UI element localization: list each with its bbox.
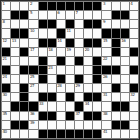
- white-cell-r2c15[interactable]: [130, 11, 138, 19]
- white-cell-r5c15[interactable]: [130, 39, 138, 47]
- white-cell-r9c12[interactable]: 26: [102, 75, 110, 83]
- white-cell-r7c12[interactable]: 22: [102, 57, 110, 65]
- white-cell-r10c11[interactable]: [93, 84, 101, 92]
- black-cell-r1c8: [66, 2, 74, 10]
- black-cell-r15c9: [75, 130, 83, 138]
- white-cell-r10c14[interactable]: [121, 84, 129, 92]
- black-cell-r5c11: [93, 39, 101, 47]
- black-cell-r3c10: [84, 20, 92, 28]
- white-cell-r14c5[interactable]: [39, 121, 47, 129]
- white-cell-r1c14[interactable]: [121, 2, 129, 10]
- white-cell-r14c10[interactable]: [84, 121, 92, 129]
- white-cell-r13c9[interactable]: 37: [75, 112, 83, 120]
- clue-number-6: 6: [57, 11, 59, 15]
- black-cell-r12c2: [11, 102, 19, 110]
- white-cell-r10c10[interactable]: [84, 84, 92, 92]
- white-cell-r9c6[interactable]: [48, 75, 56, 83]
- clue-number-20: 20: [85, 48, 89, 52]
- black-cell-r1c6: [48, 2, 56, 10]
- clue-number-22: 22: [103, 57, 107, 61]
- white-cell-r5c1[interactable]: 12: [2, 39, 10, 47]
- white-cell-r8c6[interactable]: 23: [48, 66, 56, 74]
- white-cell-r1c1[interactable]: 1: [2, 2, 10, 10]
- white-cell-r5c9[interactable]: [75, 39, 83, 47]
- black-cell-r15c7: [57, 130, 65, 138]
- black-cell-r4c13: [112, 29, 120, 37]
- white-cell-r7c1[interactable]: 21: [2, 57, 10, 65]
- white-cell-r1c13[interactable]: [112, 2, 120, 10]
- white-cell-r11c7[interactable]: [57, 93, 65, 101]
- white-cell-r1c3[interactable]: [20, 2, 28, 10]
- white-cell-r15c1[interactable]: 40: [2, 130, 10, 138]
- white-cell-r9c1[interactable]: 24: [2, 75, 10, 83]
- black-cell-r1c11: [93, 2, 101, 10]
- white-cell-r7c13[interactable]: [112, 57, 120, 65]
- white-cell-r4c10[interactable]: [84, 29, 92, 37]
- black-cell-r4c2: [11, 29, 19, 37]
- black-cell-r11c3: [20, 93, 28, 101]
- clue-number-19: 19: [66, 48, 70, 52]
- black-cell-r14c3: [20, 121, 28, 129]
- white-cell-r13c13[interactable]: [112, 112, 120, 120]
- white-cell-r2c6[interactable]: [48, 11, 56, 19]
- white-cell-r6c7[interactable]: [57, 48, 65, 56]
- clue-number-41: 41: [103, 130, 107, 134]
- white-cell-r10c12[interactable]: [102, 84, 110, 92]
- white-cell-r7c2[interactable]: [11, 57, 19, 65]
- clue-number-36: 36: [30, 112, 34, 116]
- white-cell-r7c6[interactable]: [48, 57, 56, 65]
- white-cell-r3c14[interactable]: [121, 20, 129, 28]
- white-cell-r13c3[interactable]: [20, 112, 28, 120]
- white-cell-r11c2[interactable]: [11, 93, 19, 101]
- clue-number-26: 26: [103, 75, 107, 79]
- clue-number-12: 12: [3, 39, 7, 43]
- white-cell-r9c14[interactable]: [121, 75, 129, 83]
- white-cell-r12c12[interactable]: [102, 102, 110, 110]
- white-cell-r15c14[interactable]: [121, 130, 129, 138]
- white-cell-r13c7[interactable]: [57, 112, 65, 120]
- white-cell-r2c11[interactable]: [93, 11, 101, 19]
- white-cell-r10c2[interactable]: [11, 84, 19, 92]
- clue-number-35: 35: [3, 112, 7, 116]
- clue-number-2: 2: [30, 2, 32, 6]
- white-cell-r3c15[interactable]: [130, 20, 138, 28]
- clue-number-30: 30: [3, 93, 7, 97]
- white-cell-r14c15[interactable]: [130, 121, 138, 129]
- black-cell-r11c5: [39, 93, 47, 101]
- black-cell-r12c14: [121, 102, 129, 110]
- white-cell-r13c4[interactable]: 36: [29, 112, 37, 120]
- black-cell-r12c4: [29, 102, 37, 110]
- white-cell-r12c8[interactable]: [66, 102, 74, 110]
- clue-number-24: 24: [3, 75, 7, 79]
- black-cell-r8c11: [93, 66, 101, 74]
- black-cell-r5c13: [112, 39, 120, 47]
- white-cell-r15c3[interactable]: [20, 130, 28, 138]
- white-cell-r7c4[interactable]: [29, 57, 37, 65]
- black-cell-r10c15: [130, 84, 138, 92]
- clue-number-4: 4: [130, 2, 132, 6]
- black-cell-r6c13: [112, 48, 120, 56]
- white-cell-r14c8[interactable]: [66, 121, 74, 129]
- black-cell-r10c3: [20, 84, 28, 92]
- white-cell-r3c13[interactable]: [112, 20, 120, 28]
- white-cell-r3c12[interactable]: 9: [102, 20, 110, 28]
- black-cell-r6c3: [20, 48, 28, 56]
- white-cell-r11c12[interactable]: 31: [102, 93, 110, 101]
- clue-number-25: 25: [30, 75, 34, 79]
- white-cell-r12c7[interactable]: [57, 102, 65, 110]
- white-cell-r13c15[interactable]: [130, 112, 138, 120]
- black-cell-r15c8: [66, 130, 74, 138]
- white-cell-r3c7[interactable]: [57, 20, 65, 28]
- clue-number-14: 14: [57, 39, 61, 43]
- black-cell-r8c1: [2, 66, 10, 74]
- clue-number-23: 23: [48, 66, 52, 70]
- black-cell-r11c10: [84, 93, 92, 101]
- black-cell-r8c5: [39, 66, 47, 74]
- black-cell-r9c5: [39, 75, 47, 83]
- white-cell-r4c8[interactable]: 11: [66, 29, 74, 37]
- white-cell-r10c4[interactable]: 27: [29, 84, 37, 92]
- white-cell-r11c15[interactable]: 32: [130, 93, 138, 101]
- white-cell-r11c9[interactable]: [75, 93, 83, 101]
- clue-number-27: 27: [30, 84, 34, 88]
- black-cell-r14c2: [11, 121, 19, 129]
- black-cell-r6c15: [130, 48, 138, 56]
- white-cell-r6c4[interactable]: 17: [29, 48, 37, 56]
- black-cell-r10c1: [2, 84, 10, 92]
- black-cell-r5c8: [66, 39, 74, 47]
- black-cell-r8c4: [29, 66, 37, 74]
- black-cell-r9c9: [75, 75, 83, 83]
- black-cell-r1c9: [75, 2, 83, 10]
- white-cell-r1c2[interactable]: [11, 2, 19, 10]
- black-cell-r5c6: [48, 39, 56, 47]
- black-cell-r8c3: [20, 66, 28, 74]
- black-cell-r1c5: [39, 2, 47, 10]
- white-cell-r4c15[interactable]: [130, 29, 138, 37]
- white-cell-r6c5[interactable]: [39, 48, 47, 56]
- black-cell-r4c3: [20, 29, 28, 37]
- black-cell-r7c5: [39, 57, 47, 65]
- white-cell-r10c6[interactable]: [48, 84, 56, 92]
- clue-number-8: 8: [3, 20, 5, 24]
- black-cell-r2c2: [11, 11, 19, 19]
- white-cell-r12c1[interactable]: [2, 102, 10, 110]
- white-cell-r10c7[interactable]: 28: [57, 84, 65, 92]
- white-cell-r2c9[interactable]: 7: [75, 11, 83, 19]
- white-cell-r15c15[interactable]: [130, 130, 138, 138]
- black-cell-r13c8: [66, 112, 74, 120]
- white-cell-r1c12[interactable]: 3: [102, 2, 110, 10]
- black-cell-r7c11: [93, 57, 101, 65]
- white-cell-r3c3[interactable]: [20, 20, 28, 28]
- white-cell-r7c15[interactable]: [130, 57, 138, 65]
- black-cell-r15c5: [39, 130, 47, 138]
- white-cell-r15c2[interactable]: [11, 130, 19, 138]
- black-cell-r9c7: [57, 75, 65, 83]
- white-cell-r9c4[interactable]: 25: [29, 75, 37, 83]
- white-cell-r11c1[interactable]: 30: [2, 93, 10, 101]
- white-cell-r6c9[interactable]: [75, 48, 83, 56]
- clue-number-33: 33: [39, 102, 43, 106]
- white-cell-r13c14[interactable]: [121, 112, 129, 120]
- black-cell-r9c11: [93, 75, 101, 83]
- clue-number-3: 3: [103, 2, 105, 6]
- white-cell-r9c10[interactable]: [84, 75, 92, 83]
- clue-number-32: 32: [130, 93, 134, 97]
- black-cell-r12c13: [112, 102, 120, 110]
- clue-number-9: 9: [103, 20, 105, 24]
- black-cell-r10c13: [112, 84, 120, 92]
- black-cell-r4c14: [121, 29, 129, 37]
- black-cell-r2c3: [20, 11, 28, 19]
- black-cell-r4c12: [102, 29, 110, 37]
- white-cell-r14c6[interactable]: [48, 121, 56, 129]
- white-cell-r3c9[interactable]: [75, 20, 83, 28]
- white-cell-r15c4[interactable]: [29, 130, 37, 138]
- white-cell-r6c12[interactable]: [102, 48, 110, 56]
- black-cell-r11c6: [48, 93, 56, 101]
- black-cell-r4c7: [57, 29, 65, 37]
- white-cell-r2c8[interactable]: [66, 11, 74, 19]
- white-cell-r2c7[interactable]: 6: [57, 11, 65, 19]
- white-cell-r9c3[interactable]: [20, 75, 28, 83]
- white-cell-r14c4[interactable]: 39: [29, 121, 37, 129]
- white-cell-r11c13[interactable]: [112, 93, 120, 101]
- white-cell-r14c9[interactable]: [75, 121, 83, 129]
- clue-number-17: 17: [30, 48, 34, 52]
- white-cell-r11c14[interactable]: [121, 93, 129, 101]
- black-cell-r5c10: [84, 39, 92, 47]
- white-cell-r10c8[interactable]: [66, 84, 74, 92]
- clue-number-29: 29: [76, 84, 80, 88]
- white-cell-r14c7[interactable]: [57, 121, 65, 129]
- white-cell-r10c5[interactable]: [39, 84, 47, 92]
- white-cell-r6c6[interactable]: 18: [48, 48, 56, 56]
- white-cell-r1c15[interactable]: 4: [130, 2, 138, 10]
- black-cell-r7c9: [75, 57, 83, 65]
- white-cell-r5c7[interactable]: 14: [57, 39, 65, 47]
- black-cell-r3c6: [48, 20, 56, 28]
- white-cell-r5c2[interactable]: 13: [11, 39, 19, 47]
- white-cell-r4c6[interactable]: [48, 29, 56, 37]
- black-cell-r5c5: [39, 39, 47, 47]
- black-cell-r6c1: [2, 48, 10, 56]
- white-cell-r13c1[interactable]: 35: [2, 112, 10, 120]
- white-cell-r5c12[interactable]: 15: [102, 39, 110, 47]
- clue-number-15: 15: [103, 39, 107, 43]
- black-cell-r13c10: [84, 112, 92, 120]
- black-cell-r11c11: [93, 93, 101, 101]
- clue-number-11: 11: [66, 29, 70, 33]
- clue-number-10: 10: [30, 29, 34, 33]
- white-cell-r8c9[interactable]: [75, 66, 83, 74]
- white-cell-r15c12[interactable]: 41: [102, 130, 110, 138]
- white-cell-r14c1[interactable]: [2, 121, 10, 129]
- black-cell-r8c15: [130, 66, 138, 74]
- white-cell-r13c12[interactable]: 38: [102, 112, 110, 120]
- black-cell-r12c3: [20, 102, 28, 110]
- white-cell-r7c8[interactable]: [66, 57, 74, 65]
- white-cell-r4c4[interactable]: 10: [29, 29, 37, 37]
- clue-number-16: 16: [121, 39, 125, 43]
- white-cell-r8c14[interactable]: [121, 66, 129, 74]
- black-cell-r14c14: [121, 121, 129, 129]
- white-cell-r13c2[interactable]: [11, 112, 19, 120]
- white-cell-r9c15[interactable]: [130, 75, 138, 83]
- clue-number-38: 38: [103, 112, 107, 116]
- clue-number-40: 40: [3, 130, 7, 134]
- white-cell-r8c8[interactable]: [66, 66, 74, 74]
- white-cell-r6c8[interactable]: 19: [66, 48, 74, 56]
- white-cell-r4c1[interactable]: [2, 29, 10, 37]
- clue-number-39: 39: [30, 121, 34, 125]
- black-cell-r13c11: [93, 112, 101, 120]
- white-cell-r9c8[interactable]: [66, 75, 74, 83]
- clue-number-34: 34: [85, 102, 89, 106]
- white-cell-r15c13[interactable]: [112, 130, 120, 138]
- white-cell-r2c1[interactable]: [2, 11, 10, 19]
- black-cell-r15c11: [93, 130, 101, 138]
- black-cell-r11c8: [66, 93, 74, 101]
- white-cell-r12c10[interactable]: 34: [84, 102, 92, 110]
- white-cell-r9c2[interactable]: [11, 75, 19, 83]
- black-cell-r1c7: [57, 2, 65, 10]
- white-cell-r8c7[interactable]: [57, 66, 65, 74]
- black-cell-r7c7: [57, 57, 65, 65]
- black-cell-r8c13: [112, 66, 120, 74]
- crossword-board: 1234567891011121314151617181920212223242…: [0, 0, 140, 140]
- white-cell-r12c6[interactable]: [48, 102, 56, 110]
- white-cell-r3c4[interactable]: [29, 20, 37, 28]
- white-cell-r2c4[interactable]: 5: [29, 11, 37, 19]
- black-cell-r13c5: [39, 112, 47, 120]
- white-cell-r6c2[interactable]: [11, 48, 19, 56]
- black-cell-r1c10: [84, 2, 92, 10]
- clue-number-28: 28: [57, 84, 61, 88]
- black-cell-r2c13: [112, 11, 120, 19]
- white-cell-r10c9[interactable]: 29: [75, 84, 83, 92]
- clue-number-37: 37: [76, 112, 80, 116]
- white-cell-r6c11[interactable]: [93, 48, 101, 56]
- white-cell-r6c10[interactable]: 20: [84, 48, 92, 56]
- black-cell-r2c14: [121, 11, 129, 19]
- white-cell-r5c4[interactable]: [29, 39, 37, 47]
- white-cell-r3c1[interactable]: 8: [2, 20, 10, 28]
- clue-number-18: 18: [48, 48, 52, 52]
- white-cell-r4c9[interactable]: [75, 29, 83, 37]
- white-cell-r12c15[interactable]: [130, 102, 138, 110]
- black-cell-r15c6: [48, 130, 56, 138]
- white-cell-r12c11[interactable]: [93, 102, 101, 110]
- white-cell-r14c11[interactable]: [93, 121, 101, 129]
- black-cell-r13c6: [48, 112, 56, 120]
- white-cell-r11c4[interactable]: [29, 93, 37, 101]
- clue-number-13: 13: [12, 39, 16, 43]
- black-cell-r15c10: [84, 130, 92, 138]
- black-cell-r3c5: [39, 20, 47, 28]
- clue-number-5: 5: [30, 11, 32, 15]
- black-cell-r8c12: [102, 66, 110, 74]
- white-cell-r8c10[interactable]: [84, 66, 92, 74]
- clue-number-21: 21: [3, 57, 7, 61]
- clue-number-31: 31: [103, 93, 107, 97]
- clue-number-1: 1: [3, 2, 5, 6]
- white-cell-r4c11[interactable]: [93, 29, 101, 37]
- white-cell-r8c2[interactable]: [11, 66, 19, 74]
- black-cell-r14c13: [112, 121, 120, 129]
- black-cell-r3c8: [66, 20, 74, 28]
- black-cell-r12c9: [75, 102, 83, 110]
- white-cell-r6c14[interactable]: [121, 48, 129, 56]
- clue-number-7: 7: [76, 11, 78, 15]
- white-cell-r5c14[interactable]: 16: [121, 39, 129, 47]
- white-cell-r1c4[interactable]: 2: [29, 2, 37, 10]
- white-cell-r12c5[interactable]: 33: [39, 102, 47, 110]
- white-cell-r2c10[interactable]: [84, 11, 92, 19]
- white-cell-r14c12[interactable]: [102, 121, 110, 129]
- black-cell-r3c11: [93, 20, 101, 28]
- white-cell-r2c5[interactable]: [39, 11, 47, 19]
- white-cell-r3c2[interactable]: [11, 20, 19, 28]
- white-cell-r2c12[interactable]: [102, 11, 110, 19]
- white-cell-r7c10[interactable]: [84, 57, 92, 65]
- white-cell-r9c13[interactable]: [112, 75, 120, 83]
- white-cell-r7c14[interactable]: [121, 57, 129, 65]
- white-cell-r7c3[interactable]: [20, 57, 28, 65]
- white-cell-r5c3[interactable]: [20, 39, 28, 47]
- white-cell-r4c5[interactable]: [39, 29, 47, 37]
